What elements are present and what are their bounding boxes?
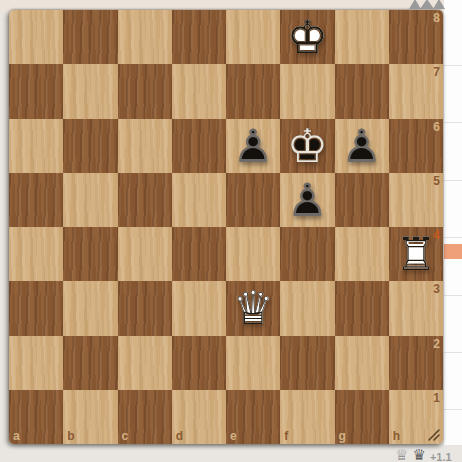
- square-b3[interactable]: [63, 281, 117, 335]
- file-label-c: c: [122, 430, 129, 442]
- square-f1[interactable]: f: [280, 390, 334, 444]
- rank-label-1: 1: [433, 392, 440, 404]
- square-c3[interactable]: [118, 281, 172, 335]
- square-f4[interactable]: [280, 227, 334, 281]
- square-e5[interactable]: [226, 173, 280, 227]
- rank-label-3: 3: [433, 283, 440, 295]
- square-b2[interactable]: [63, 336, 117, 390]
- side-list-panel[interactable]: [444, 0, 462, 445]
- side-list-highlighted-row[interactable]: [444, 244, 462, 259]
- square-b6[interactable]: [63, 119, 117, 173]
- square-g5[interactable]: [335, 173, 389, 227]
- square-h7[interactable]: 7: [389, 64, 443, 118]
- square-c2[interactable]: [118, 336, 172, 390]
- square-b7[interactable]: [63, 64, 117, 118]
- square-a1[interactable]: a: [9, 390, 63, 444]
- square-c5[interactable]: [118, 173, 172, 227]
- square-h3[interactable]: 3: [389, 281, 443, 335]
- square-e7[interactable]: [226, 64, 280, 118]
- rank-label-5: 5: [433, 175, 440, 187]
- square-b8[interactable]: [63, 10, 117, 64]
- square-a6[interactable]: [9, 119, 63, 173]
- square-f3[interactable]: [280, 281, 334, 335]
- rank-label-2: 2: [433, 338, 440, 350]
- square-h6[interactable]: 6: [389, 119, 443, 173]
- square-c4[interactable]: [118, 227, 172, 281]
- square-e1[interactable]: e: [226, 390, 280, 444]
- black-pawn[interactable]: ♟♙: [226, 119, 280, 173]
- square-h8[interactable]: 8: [389, 10, 443, 64]
- square-a7[interactable]: [9, 64, 63, 118]
- square-d1[interactable]: d: [172, 390, 226, 444]
- square-b1[interactable]: b: [63, 390, 117, 444]
- white-king[interactable]: ♚♔: [280, 10, 334, 64]
- square-h5[interactable]: 5: [389, 173, 443, 227]
- black-king[interactable]: ♚♔: [280, 119, 334, 173]
- file-label-e: e: [230, 430, 237, 442]
- square-f2[interactable]: [280, 336, 334, 390]
- square-d8[interactable]: [172, 10, 226, 64]
- file-label-a: a: [13, 430, 20, 442]
- square-e4[interactable]: [226, 227, 280, 281]
- black-pawn[interactable]: ♟♙: [335, 119, 389, 173]
- top-edge-strip: [0, 0, 444, 10]
- square-e8[interactable]: [226, 10, 280, 64]
- square-h2[interactable]: 2: [389, 336, 443, 390]
- rank-label-7: 7: [433, 66, 440, 78]
- bottom-bar: ♕ ♛ +1.1: [0, 445, 462, 462]
- square-g7[interactable]: [335, 64, 389, 118]
- square-g1[interactable]: g: [335, 390, 389, 444]
- chess-board-container: 8765432abcdefgh1 ♚♔♚♔♟♙♟♙♟♙♜♖♛♕: [9, 10, 443, 444]
- rank-label-8: 8: [433, 12, 440, 24]
- square-g3[interactable]: [335, 281, 389, 335]
- material-eval: ♕ ♛ +1.1: [395, 448, 452, 462]
- white-rook[interactable]: ♜♖: [389, 227, 443, 281]
- black-queen-icon: ♛: [412, 448, 425, 462]
- square-d7[interactable]: [172, 64, 226, 118]
- white-queen[interactable]: ♛♕: [226, 281, 280, 335]
- rank-label-6: 6: [433, 121, 440, 133]
- square-a3[interactable]: [9, 281, 63, 335]
- square-c8[interactable]: [118, 10, 172, 64]
- white-queen-icon: ♕: [395, 448, 408, 462]
- square-g4[interactable]: [335, 227, 389, 281]
- file-label-d: d: [176, 430, 183, 442]
- square-g2[interactable]: [335, 336, 389, 390]
- square-c6[interactable]: [118, 119, 172, 173]
- file-label-g: g: [339, 430, 346, 442]
- file-label-b: b: [67, 430, 74, 442]
- chess-board: 8765432abcdefgh1: [9, 10, 443, 444]
- board-resize-handle[interactable]: [426, 427, 440, 441]
- square-c1[interactable]: c: [118, 390, 172, 444]
- square-b4[interactable]: [63, 227, 117, 281]
- square-c7[interactable]: [118, 64, 172, 118]
- square-f7[interactable]: [280, 64, 334, 118]
- file-label-h: h: [393, 430, 400, 442]
- square-a8[interactable]: [9, 10, 63, 64]
- square-d3[interactable]: [172, 281, 226, 335]
- file-label-f: f: [284, 430, 288, 442]
- square-d4[interactable]: [172, 227, 226, 281]
- square-g8[interactable]: [335, 10, 389, 64]
- square-d6[interactable]: [172, 119, 226, 173]
- square-d5[interactable]: [172, 173, 226, 227]
- square-b5[interactable]: [63, 173, 117, 227]
- square-e2[interactable]: [226, 336, 280, 390]
- square-a5[interactable]: [9, 173, 63, 227]
- black-pawn[interactable]: ♟♙: [280, 173, 334, 227]
- square-a4[interactable]: [9, 227, 63, 281]
- crown-icon[interactable]: [408, 0, 446, 9]
- square-a2[interactable]: [9, 336, 63, 390]
- eval-text: +1.1: [430, 448, 452, 462]
- square-d2[interactable]: [172, 336, 226, 390]
